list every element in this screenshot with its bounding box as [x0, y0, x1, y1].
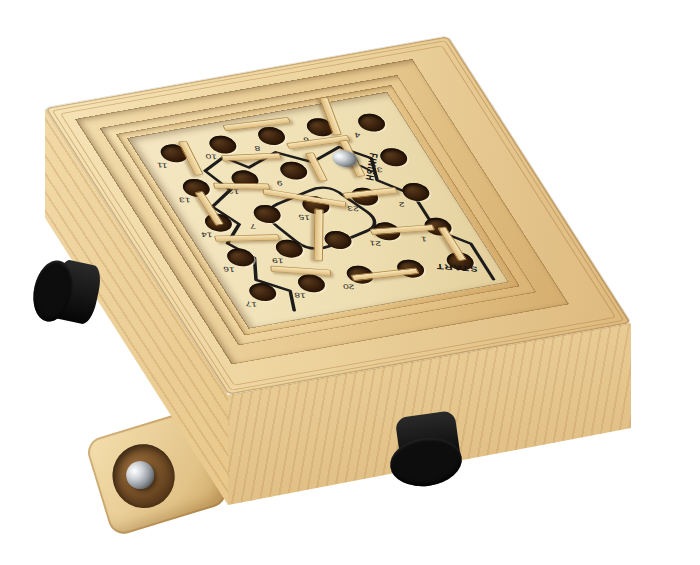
- hole-number: 14: [201, 231, 213, 239]
- maze-wall: [212, 183, 269, 190]
- hole-number: 1: [421, 235, 428, 243]
- hole-number: 2: [398, 201, 405, 209]
- hole-number: 9: [276, 179, 283, 187]
- hole-number: 11: [157, 161, 169, 169]
- hole-number: 7: [250, 223, 257, 231]
- hole-number: 10: [205, 153, 217, 161]
- hole-number: 16: [223, 265, 235, 273]
- hole-number: 15: [298, 213, 310, 221]
- hole-number: 19: [272, 257, 284, 265]
- hole-number: 17: [245, 300, 257, 308]
- maze-wall: [313, 208, 323, 261]
- hole-number: 13: [179, 196, 191, 204]
- hole-number: 4: [354, 131, 361, 139]
- hole-number: 21: [369, 239, 381, 247]
- hole-number: 8: [254, 145, 261, 153]
- hole-number: 23: [347, 205, 359, 213]
- labyrinth-game-photo: 1110864131293147152321619211171820 FINIS…: [0, 0, 700, 565]
- hole-number: 18: [294, 291, 306, 299]
- hole-number: 20: [343, 283, 355, 291]
